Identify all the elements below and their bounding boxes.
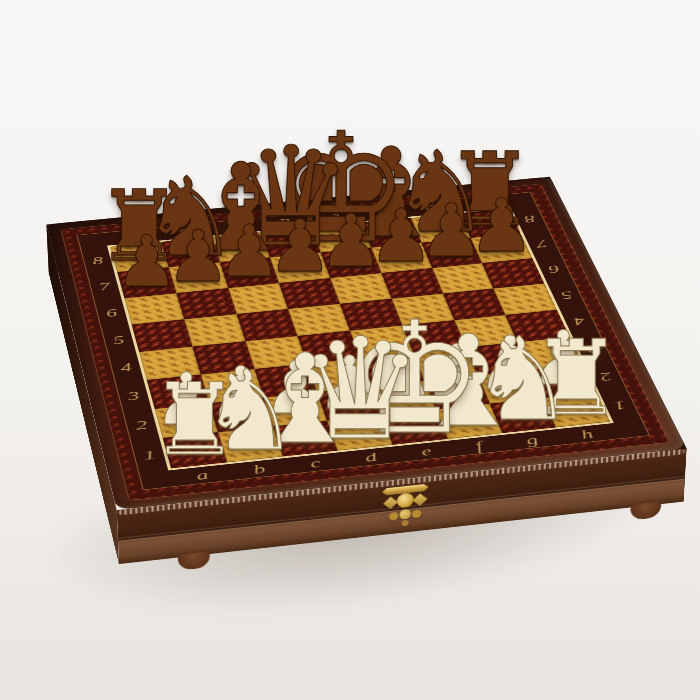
coord-label: 5: [112, 334, 126, 347]
box-foot-right: [630, 501, 661, 520]
clasp-petal: [399, 509, 411, 520]
coord-label: 2: [134, 418, 149, 432]
clasp-knob: [397, 492, 414, 508]
piece-white-rook[interactable]: ♜: [150, 370, 239, 470]
clasp-wing-left: [383, 497, 398, 510]
coord-label: 4: [119, 361, 133, 374]
piece-dark-pawn[interactable]: ♟: [115, 226, 178, 297]
gold-clasp-icon[interactable]: [381, 481, 430, 529]
scene: 87654321 87654321 abcdefgh abcdefgh ♜♞♝♛…: [0, 0, 700, 700]
coord-label: 6: [546, 263, 562, 275]
coord-label: 6: [105, 307, 119, 319]
coord-label: 5: [559, 289, 575, 301]
coord-label: 3: [126, 389, 141, 402]
clasp-wing-right: [413, 493, 428, 506]
coord-label: 7: [534, 238, 549, 249]
